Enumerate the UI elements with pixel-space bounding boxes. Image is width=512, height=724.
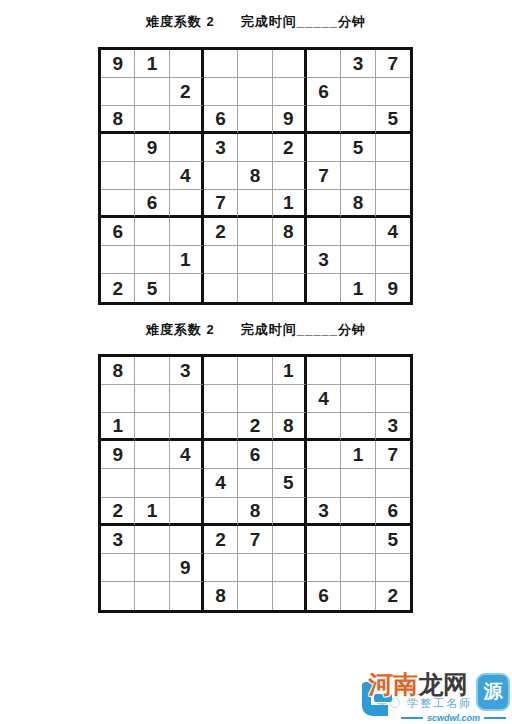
sudoku-cell-r9c6[interactable] bbox=[273, 582, 307, 610]
sudoku-cell-r8c5[interactable] bbox=[238, 246, 272, 274]
sudoku-cell-r6c1: 2 bbox=[101, 498, 135, 526]
sudoku-cell-r1c6: 1 bbox=[273, 357, 307, 385]
sudoku-cell-r8c7[interactable] bbox=[307, 554, 341, 582]
sudoku-cell-r5c5[interactable] bbox=[238, 469, 272, 497]
sudoku-cell-r7c5: 7 bbox=[238, 526, 272, 554]
sudoku-cell-r2c3: 2 bbox=[170, 78, 204, 106]
sudoku-worksheet-page: 难度系数 2 完成时间_____分钟 913726869593254876718… bbox=[0, 0, 512, 724]
sudoku-cell-r8c2[interactable] bbox=[135, 554, 169, 582]
sudoku-cell-r1c8[interactable] bbox=[341, 357, 375, 385]
sudoku-cell-r7c2[interactable] bbox=[135, 526, 169, 554]
sudoku-cell-r3c3[interactable] bbox=[170, 413, 204, 441]
sudoku-cell-r8c4[interactable] bbox=[204, 246, 238, 274]
sudoku-cell-r2c7: 6 bbox=[307, 78, 341, 106]
sudoku-cell-r6c8[interactable] bbox=[341, 498, 375, 526]
site-name-part-1: 河南 bbox=[368, 670, 418, 698]
sudoku-cell-r5c9[interactable] bbox=[376, 162, 410, 190]
sudoku-cell-r9c1[interactable] bbox=[101, 582, 135, 610]
sudoku-cell-r9c9: 2 bbox=[376, 582, 410, 610]
sudoku-cell-r1c7[interactable] bbox=[307, 357, 341, 385]
sudoku-cell-r9c3[interactable] bbox=[170, 582, 204, 610]
site-watermark: 宗〇 学整工名师 河南龙网 源 scwdwl.com bbox=[360, 668, 512, 724]
sudoku-cell-r1c5[interactable] bbox=[238, 357, 272, 385]
sudoku-cell-r8c8[interactable] bbox=[341, 246, 375, 274]
sudoku-cell-r1c1: 8 bbox=[101, 357, 135, 385]
sudoku-cell-r3c5[interactable] bbox=[238, 106, 272, 134]
sudoku-cell-r8c2[interactable] bbox=[135, 246, 169, 274]
sudoku-cell-r5c1[interactable] bbox=[101, 469, 135, 497]
sudoku-cell-r2c6[interactable] bbox=[273, 385, 307, 413]
sudoku-cell-r5c6[interactable] bbox=[273, 162, 307, 190]
sudoku-cell-r7c7[interactable] bbox=[307, 526, 341, 554]
sudoku-cell-r1c4[interactable] bbox=[204, 50, 238, 78]
sudoku-cell-r4c5: 6 bbox=[238, 441, 272, 469]
sudoku-cell-r2c1[interactable] bbox=[101, 385, 135, 413]
sudoku-cell-r3c5: 2 bbox=[238, 413, 272, 441]
sudoku-cell-r7c4: 2 bbox=[204, 526, 238, 554]
sudoku-cell-r6c6[interactable] bbox=[273, 498, 307, 526]
sudoku-cell-r7c9: 5 bbox=[376, 526, 410, 554]
sudoku-cell-r9c7: 6 bbox=[307, 582, 341, 610]
sudoku-cell-r9c4[interactable] bbox=[204, 274, 238, 302]
sudoku-cell-r3c8[interactable] bbox=[341, 413, 375, 441]
sudoku-cell-r1c1: 9 bbox=[101, 50, 135, 78]
sudoku-grid-1: 9137268695932548767186284132519 bbox=[98, 47, 413, 305]
sudoku-cell-r6c6: 1 bbox=[273, 190, 307, 218]
sudoku-cell-r6c4[interactable] bbox=[204, 498, 238, 526]
sudoku-cell-r3c4: 6 bbox=[204, 106, 238, 134]
sudoku-cell-r3c8[interactable] bbox=[341, 106, 375, 134]
sudoku-cell-r6c1[interactable] bbox=[101, 190, 135, 218]
sudoku-cell-r5c7: 7 bbox=[307, 162, 341, 190]
sudoku-cell-r7c6[interactable] bbox=[273, 526, 307, 554]
sudoku-cell-r6c3[interactable] bbox=[170, 190, 204, 218]
sudoku-cell-r4c1[interactable] bbox=[101, 134, 135, 162]
sudoku-cell-r6c5: 8 bbox=[238, 498, 272, 526]
sudoku-cell-r5c8[interactable] bbox=[341, 469, 375, 497]
sudoku-cell-r3c1: 8 bbox=[101, 106, 135, 134]
sudoku-cell-r7c1: 3 bbox=[101, 526, 135, 554]
sudoku-cell-r4c5[interactable] bbox=[238, 134, 272, 162]
sudoku-cell-r5c4[interactable] bbox=[204, 162, 238, 190]
sudoku-cell-r9c8: 1 bbox=[341, 274, 375, 302]
sudoku-cell-r8c8[interactable] bbox=[341, 554, 375, 582]
sudoku-cell-r3c2[interactable] bbox=[135, 413, 169, 441]
sudoku-cell-r7c4: 2 bbox=[204, 218, 238, 246]
sudoku-cell-r5c1[interactable] bbox=[101, 162, 135, 190]
sudoku-cell-r1c2: 1 bbox=[135, 50, 169, 78]
sudoku-cell-r1c6[interactable] bbox=[273, 50, 307, 78]
sudoku-cell-r7c1: 6 bbox=[101, 218, 135, 246]
sudoku-cell-r2c5[interactable] bbox=[238, 385, 272, 413]
site-name: 河南龙网 bbox=[368, 668, 468, 701]
sudoku-cell-r2c5[interactable] bbox=[238, 78, 272, 106]
worksheet-header-2: 难度系数 2 完成时间_____分钟 bbox=[0, 321, 512, 339]
sudoku-cell-r1c3: 3 bbox=[170, 357, 204, 385]
sudoku-cell-r7c5[interactable] bbox=[238, 218, 272, 246]
sudoku-cell-r6c7: 3 bbox=[307, 498, 341, 526]
sudoku-cell-r8c6[interactable] bbox=[273, 246, 307, 274]
sudoku-cell-r4c2[interactable] bbox=[135, 441, 169, 469]
sudoku-cell-r2c1[interactable] bbox=[101, 78, 135, 106]
sudoku-cell-r9c1: 2 bbox=[101, 274, 135, 302]
sudoku-cell-r3c7[interactable] bbox=[307, 413, 341, 441]
sudoku-cell-r8c5[interactable] bbox=[238, 554, 272, 582]
sudoku-cell-r9c6[interactable] bbox=[273, 274, 307, 302]
sudoku-cell-r3c4[interactable] bbox=[204, 413, 238, 441]
sudoku-cell-r6c7[interactable] bbox=[307, 190, 341, 218]
sudoku-cell-r4c9: 7 bbox=[376, 441, 410, 469]
worksheet-header-1: 难度系数 2 完成时间_____分钟 bbox=[0, 13, 512, 31]
sudoku-cell-r2c3[interactable] bbox=[170, 385, 204, 413]
sudoku-cell-r7c3[interactable] bbox=[170, 218, 204, 246]
sudoku-cell-r4c7[interactable] bbox=[307, 134, 341, 162]
sudoku-cell-r3c3[interactable] bbox=[170, 106, 204, 134]
sudoku-cell-r2c9[interactable] bbox=[376, 78, 410, 106]
sudoku-cell-r8c3: 9 bbox=[170, 554, 204, 582]
sudoku-cell-r2c2[interactable] bbox=[135, 385, 169, 413]
sudoku-cell-r2c6[interactable] bbox=[273, 78, 307, 106]
sudoku-cell-r9c4: 8 bbox=[204, 582, 238, 610]
sudoku-cell-r6c9: 6 bbox=[376, 498, 410, 526]
source-badge-icon: 源 bbox=[476, 673, 510, 711]
sudoku-cell-r7c7[interactable] bbox=[307, 218, 341, 246]
sudoku-cell-r9c9: 9 bbox=[376, 274, 410, 302]
sudoku-cell-r5c9[interactable] bbox=[376, 469, 410, 497]
sudoku-cell-r1c7[interactable] bbox=[307, 50, 341, 78]
sudoku-cell-r1c4[interactable] bbox=[204, 357, 238, 385]
sudoku-grid-2: 8314128394617452183632759862 bbox=[98, 354, 413, 613]
sudoku-cell-r2c8[interactable] bbox=[341, 385, 375, 413]
sudoku-cell-r5c6: 5 bbox=[273, 469, 307, 497]
sudoku-cell-r4c6: 2 bbox=[273, 134, 307, 162]
sudoku-cell-r4c8: 1 bbox=[341, 441, 375, 469]
sudoku-cell-r2c4[interactable] bbox=[204, 385, 238, 413]
site-name-part-2: 龙网 bbox=[418, 670, 468, 698]
sudoku-cell-r8c9[interactable] bbox=[376, 246, 410, 274]
sudoku-cell-r5c3[interactable] bbox=[170, 469, 204, 497]
sudoku-cell-r1c9[interactable] bbox=[376, 357, 410, 385]
sudoku-cell-r5c2[interactable] bbox=[135, 469, 169, 497]
sudoku-cell-r9c7[interactable] bbox=[307, 274, 341, 302]
sudoku-cell-r3c2[interactable] bbox=[135, 106, 169, 134]
sudoku-cell-r6c5[interactable] bbox=[238, 190, 272, 218]
sudoku-cell-r1c5[interactable] bbox=[238, 50, 272, 78]
sudoku-cell-r8c4[interactable] bbox=[204, 554, 238, 582]
sudoku-cell-r2c2[interactable] bbox=[135, 78, 169, 106]
sudoku-cell-r9c2[interactable] bbox=[135, 582, 169, 610]
sudoku-cell-r4c4: 3 bbox=[204, 134, 238, 162]
sudoku-cell-r1c2[interactable] bbox=[135, 357, 169, 385]
sudoku-cell-r2c9[interactable] bbox=[376, 385, 410, 413]
sudoku-cell-r9c5[interactable] bbox=[238, 582, 272, 610]
sudoku-cell-r3c6: 8 bbox=[273, 413, 307, 441]
sudoku-cell-r6c8: 8 bbox=[341, 190, 375, 218]
sudoku-cell-r7c8[interactable] bbox=[341, 526, 375, 554]
sudoku-cell-r8c3: 1 bbox=[170, 246, 204, 274]
difficulty-label: 难度系数 2 bbox=[146, 321, 215, 339]
sudoku-cell-r2c8[interactable] bbox=[341, 78, 375, 106]
sudoku-cell-r7c3[interactable] bbox=[170, 526, 204, 554]
sudoku-cell-r8c9[interactable] bbox=[376, 554, 410, 582]
sudoku-cell-r4c3[interactable] bbox=[170, 134, 204, 162]
sudoku-cell-r3c9: 3 bbox=[376, 413, 410, 441]
sudoku-cell-r8c6[interactable] bbox=[273, 554, 307, 582]
sudoku-cell-r7c9: 4 bbox=[376, 218, 410, 246]
sudoku-cell-r4c7[interactable] bbox=[307, 441, 341, 469]
sudoku-cell-r8c1[interactable] bbox=[101, 246, 135, 274]
sudoku-cell-r8c7: 3 bbox=[307, 246, 341, 274]
sudoku-cell-r5c5: 8 bbox=[238, 162, 272, 190]
sudoku-cell-r7c6: 8 bbox=[273, 218, 307, 246]
sudoku-cell-r4c2: 9 bbox=[135, 134, 169, 162]
sudoku-cell-r5c4: 4 bbox=[204, 469, 238, 497]
sudoku-cell-r4c3: 4 bbox=[170, 441, 204, 469]
sudoku-cell-r3c1: 1 bbox=[101, 413, 135, 441]
sudoku-cell-r5c3: 4 bbox=[170, 162, 204, 190]
sudoku-cell-r4c8: 5 bbox=[341, 134, 375, 162]
sudoku-cell-r5c8[interactable] bbox=[341, 162, 375, 190]
sudoku-cell-r9c5[interactable] bbox=[238, 274, 272, 302]
site-domain: scwdwl.com bbox=[401, 713, 506, 723]
sudoku-cell-r4c4[interactable] bbox=[204, 441, 238, 469]
sudoku-cell-r7c2[interactable] bbox=[135, 218, 169, 246]
sudoku-cell-r1c8: 3 bbox=[341, 50, 375, 78]
completion-time-label: 完成时间_____分钟 bbox=[241, 321, 366, 339]
sudoku-cell-r3c7[interactable] bbox=[307, 106, 341, 134]
sudoku-cell-r9c8[interactable] bbox=[341, 582, 375, 610]
sudoku-cell-r9c2: 5 bbox=[135, 274, 169, 302]
sudoku-cell-r1c3[interactable] bbox=[170, 50, 204, 78]
sudoku-cell-r5c7[interactable] bbox=[307, 469, 341, 497]
sudoku-cell-r6c4: 7 bbox=[204, 190, 238, 218]
badge-glyph: 源 bbox=[484, 679, 503, 705]
sudoku-cell-r5c2[interactable] bbox=[135, 162, 169, 190]
sudoku-cell-r8c1[interactable] bbox=[101, 554, 135, 582]
sudoku-cell-r9c3[interactable] bbox=[170, 274, 204, 302]
difficulty-label: 难度系数 2 bbox=[146, 13, 215, 31]
sudoku-cell-r4c6[interactable] bbox=[273, 441, 307, 469]
sudoku-cell-r6c3[interactable] bbox=[170, 498, 204, 526]
sudoku-cell-r4c9[interactable] bbox=[376, 134, 410, 162]
sudoku-cell-r7c8[interactable] bbox=[341, 218, 375, 246]
sudoku-cell-r3c6: 9 bbox=[273, 106, 307, 134]
sudoku-cell-r4c1: 9 bbox=[101, 441, 135, 469]
sudoku-cell-r6c2: 6 bbox=[135, 190, 169, 218]
sudoku-cell-r1c9: 7 bbox=[376, 50, 410, 78]
sudoku-cell-r6c2: 1 bbox=[135, 498, 169, 526]
completion-time-label: 完成时间_____分钟 bbox=[241, 13, 366, 31]
sudoku-cell-r3c9: 5 bbox=[376, 106, 410, 134]
sudoku-cell-r2c4[interactable] bbox=[204, 78, 238, 106]
sudoku-cell-r6c9[interactable] bbox=[376, 190, 410, 218]
sudoku-cell-r2c7: 4 bbox=[307, 385, 341, 413]
